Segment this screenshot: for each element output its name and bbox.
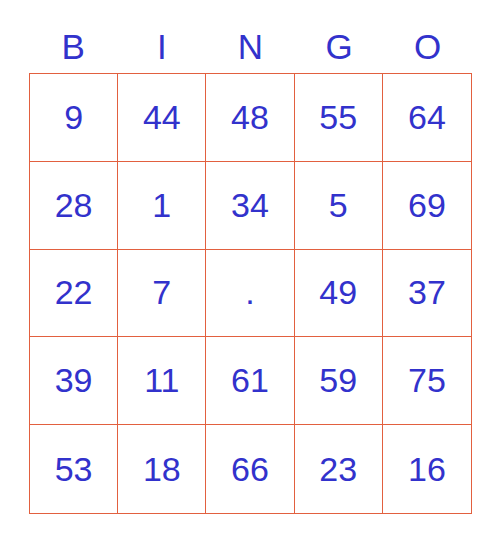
cell-r1c3[interactable]: 5 xyxy=(295,162,383,250)
bingo-card: B I N G O 9 44 48 55 64 28 1 34 5 69 22 … xyxy=(0,0,500,544)
cell-r3c1[interactable]: 11 xyxy=(118,337,206,425)
bingo-header: B I N G O xyxy=(29,14,472,66)
cell-r0c1[interactable]: 44 xyxy=(118,74,206,162)
cell-r0c4[interactable]: 64 xyxy=(383,74,471,162)
cell-r1c4[interactable]: 69 xyxy=(383,162,471,250)
header-letter-i: I xyxy=(118,28,207,67)
cell-r1c2[interactable]: 34 xyxy=(206,162,294,250)
cell-r0c2[interactable]: 48 xyxy=(206,74,294,162)
cell-r2c0[interactable]: 22 xyxy=(30,250,118,338)
cell-r3c0[interactable]: 39 xyxy=(30,337,118,425)
cell-r4c3[interactable]: 23 xyxy=(295,425,383,513)
cell-r1c1[interactable]: 1 xyxy=(118,162,206,250)
header-letter-g: G xyxy=(295,28,384,67)
cell-r1c0[interactable]: 28 xyxy=(30,162,118,250)
cell-r4c0[interactable]: 53 xyxy=(30,425,118,513)
header-letter-b: B xyxy=(29,28,118,67)
cell-r2c3[interactable]: 49 xyxy=(295,250,383,338)
cell-r3c4[interactable]: 75 xyxy=(383,337,471,425)
cell-r2c2-free-space[interactable]: . xyxy=(206,250,294,338)
cell-r2c1[interactable]: 7 xyxy=(118,250,206,338)
cell-r4c4[interactable]: 16 xyxy=(383,425,471,513)
cell-r2c4[interactable]: 37 xyxy=(383,250,471,338)
bingo-grid: 9 44 48 55 64 28 1 34 5 69 22 7 . 49 37 … xyxy=(29,73,472,514)
header-letter-n: N xyxy=(206,28,295,67)
cell-r3c3[interactable]: 59 xyxy=(295,337,383,425)
header-letter-o: O xyxy=(383,28,472,67)
cell-r0c0[interactable]: 9 xyxy=(30,74,118,162)
cell-r0c3[interactable]: 55 xyxy=(295,74,383,162)
cell-r4c1[interactable]: 18 xyxy=(118,425,206,513)
cell-r3c2[interactable]: 61 xyxy=(206,337,294,425)
cell-r4c2[interactable]: 66 xyxy=(206,425,294,513)
